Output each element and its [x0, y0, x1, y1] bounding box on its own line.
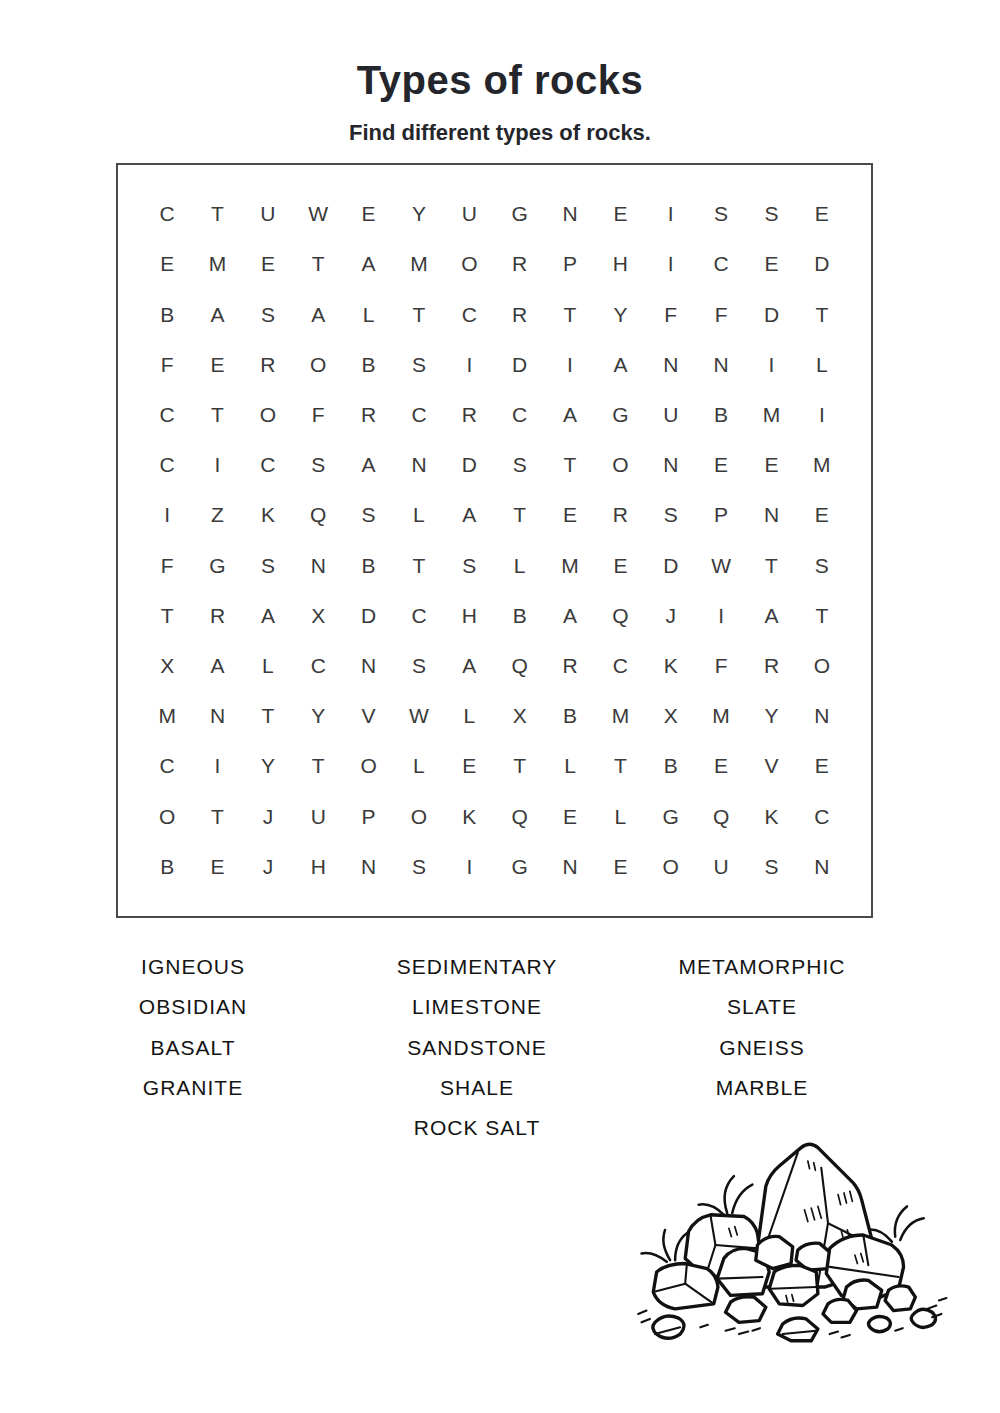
- grid-cell-r11c14[interactable]: N: [797, 691, 847, 741]
- grid-cell-r6c14[interactable]: M: [797, 440, 847, 490]
- grid-cell-r6c13[interactable]: E: [746, 440, 796, 490]
- grid-cell-r9c14[interactable]: T: [797, 591, 847, 641]
- grid-cell-r10c12[interactable]: F: [696, 641, 746, 691]
- word-item-marble: MARBLE: [612, 1068, 912, 1108]
- grid-cell-r4c11[interactable]: N: [646, 340, 696, 390]
- grid-cell-r9c8[interactable]: B: [495, 591, 545, 641]
- grid-cell-r2c10[interactable]: H: [595, 239, 645, 289]
- grid-cell-r1c9[interactable]: N: [545, 189, 595, 239]
- grid-cell-r13c3[interactable]: J: [243, 792, 293, 842]
- grid-cell-r12c3[interactable]: Y: [243, 741, 293, 791]
- grid-cell-r13c10[interactable]: L: [595, 792, 645, 842]
- grid-cell-r11c11[interactable]: X: [646, 691, 696, 741]
- grid-cell-r14c14[interactable]: N: [797, 842, 847, 892]
- grid-cell-r3c8[interactable]: R: [495, 289, 545, 339]
- grid-cell-r1c7[interactable]: U: [444, 189, 494, 239]
- grid-cell-r2c11[interactable]: I: [646, 239, 696, 289]
- grid-cell-r9c5[interactable]: D: [343, 591, 393, 641]
- grid-cell-r8c14[interactable]: S: [797, 541, 847, 591]
- grid-cell-r14c10[interactable]: E: [595, 842, 645, 892]
- word-item-gneiss: GNEISS: [612, 1028, 912, 1068]
- grid-cell-r9c13[interactable]: A: [746, 591, 796, 641]
- grid-cell-r12c8[interactable]: T: [495, 741, 545, 791]
- grid-cell-r2c1[interactable]: E: [142, 239, 192, 289]
- grid-cell-r14c3[interactable]: J: [243, 842, 293, 892]
- grid-cell-r14c9[interactable]: N: [545, 842, 595, 892]
- word-item-sandstone: SANDSTONE: [327, 1028, 627, 1068]
- grid-cell-r14c4[interactable]: H: [293, 842, 343, 892]
- grid-cell-r11c12[interactable]: M: [696, 691, 746, 741]
- grid-cell-r8c5[interactable]: B: [343, 541, 393, 591]
- grid-cell-r5c12[interactable]: B: [696, 390, 746, 440]
- grid-cell-r2c12[interactable]: C: [696, 239, 746, 289]
- grid-cell-r4c3[interactable]: R: [243, 340, 293, 390]
- grid-cell-r13c6[interactable]: O: [394, 792, 444, 842]
- grid-cell-r14c8[interactable]: G: [495, 842, 545, 892]
- grid-cell-r10c1[interactable]: X: [142, 641, 192, 691]
- grid-cell-r1c14[interactable]: E: [797, 189, 847, 239]
- grid-cell-r2c7[interactable]: O: [444, 239, 494, 289]
- grid-cell-r10c7[interactable]: A: [444, 641, 494, 691]
- word-list-column-sedimentary: SEDIMENTARYLIMESTONESANDSTONESHALEROCK S…: [327, 947, 627, 1148]
- grid-cell-r5c9[interactable]: A: [545, 390, 595, 440]
- grid-cell-r7c8[interactable]: T: [495, 490, 545, 540]
- grid-cell-r6c1[interactable]: C: [142, 440, 192, 490]
- grid-cell-r13c9[interactable]: E: [545, 792, 595, 842]
- grid-cell-r4c9[interactable]: I: [545, 340, 595, 390]
- grid-cell-r3c4[interactable]: A: [293, 289, 343, 339]
- grid-cell-r2c3[interactable]: E: [243, 239, 293, 289]
- rock-pile-illustration: [618, 1122, 954, 1358]
- grid-cell-r12c14[interactable]: E: [797, 741, 847, 791]
- grid-cell-r2c9[interactable]: P: [545, 239, 595, 289]
- grid-cell-r8c2[interactable]: G: [192, 541, 242, 591]
- grid-cell-r2c13[interactable]: E: [746, 239, 796, 289]
- grid-cell-r4c8[interactable]: D: [495, 340, 545, 390]
- grid-cell-r13c2[interactable]: T: [192, 792, 242, 842]
- grid-cell-r12c4[interactable]: T: [293, 741, 343, 791]
- grid-cell-r12c7[interactable]: E: [444, 741, 494, 791]
- grid-cell-r13c1[interactable]: O: [142, 792, 192, 842]
- grid-cell-r1c3[interactable]: U: [243, 189, 293, 239]
- grid-cell-r4c1[interactable]: F: [142, 340, 192, 390]
- grid-cell-r8c11[interactable]: D: [646, 541, 696, 591]
- word-item-granite: GRANITE: [43, 1068, 343, 1108]
- word-item-sedimentary: SEDIMENTARY: [327, 947, 627, 987]
- grid-cell-r4c4[interactable]: O: [293, 340, 343, 390]
- grid-cell-r13c7[interactable]: K: [444, 792, 494, 842]
- grid-cell-r5c11[interactable]: U: [646, 390, 696, 440]
- grid-cell-r4c6[interactable]: S: [394, 340, 444, 390]
- grid-cell-r12c11[interactable]: B: [646, 741, 696, 791]
- word-item-igneous: IGNEOUS: [43, 947, 343, 987]
- grid-cell-r13c5[interactable]: P: [343, 792, 393, 842]
- grid-cell-r7c4[interactable]: Q: [293, 490, 343, 540]
- word-item-limestone: LIMESTONE: [327, 987, 627, 1027]
- page-title: Types of rocks: [0, 58, 1000, 103]
- grid-cell-r5c6[interactable]: C: [394, 390, 444, 440]
- grid-cell-r14c6[interactable]: S: [394, 842, 444, 892]
- grid-cell-r13c13[interactable]: K: [746, 792, 796, 842]
- grid-cell-r9c6[interactable]: C: [394, 591, 444, 641]
- word-item-shale: SHALE: [327, 1068, 627, 1108]
- grid-cell-r6c11[interactable]: N: [646, 440, 696, 490]
- grid-cell-r1c10[interactable]: E: [595, 189, 645, 239]
- word-item-basalt: BASALT: [43, 1028, 343, 1068]
- grid-cell-r3c7[interactable]: C: [444, 289, 494, 339]
- grid-cell-r3c6[interactable]: T: [394, 289, 444, 339]
- grid-cell-r10c4[interactable]: C: [293, 641, 343, 691]
- grid-cell-r6c8[interactable]: S: [495, 440, 545, 490]
- grid-cell-r12c5[interactable]: O: [343, 741, 393, 791]
- grid-cell-r10c11[interactable]: K: [646, 641, 696, 691]
- grid-cell-r8c4[interactable]: N: [293, 541, 343, 591]
- grid-cell-r12c1[interactable]: C: [142, 741, 192, 791]
- grid-cell-r12c13[interactable]: V: [746, 741, 796, 791]
- grid-cell-r13c8[interactable]: Q: [495, 792, 545, 842]
- grid-cell-r1c8[interactable]: G: [495, 189, 545, 239]
- grid-cell-r8c12[interactable]: W: [696, 541, 746, 591]
- grid-cell-r7c9[interactable]: E: [545, 490, 595, 540]
- grid-cell-r7c14[interactable]: E: [797, 490, 847, 540]
- grid-cell-r13c11[interactable]: G: [646, 792, 696, 842]
- grid-cell-r11c5[interactable]: V: [343, 691, 393, 741]
- grid-cell-r9c12[interactable]: I: [696, 591, 746, 641]
- grid-cell-r12c10[interactable]: T: [595, 741, 645, 791]
- grid-cell-r1c12[interactable]: S: [696, 189, 746, 239]
- grid-cell-r4c14[interactable]: L: [797, 340, 847, 390]
- grid-cell-r11c9[interactable]: B: [545, 691, 595, 741]
- grid-cell-r2c8[interactable]: R: [495, 239, 545, 289]
- grid-cell-r10c2[interactable]: A: [192, 641, 242, 691]
- grid-cell-r6c7[interactable]: D: [444, 440, 494, 490]
- grid-cell-r10c14[interactable]: O: [797, 641, 847, 691]
- grid-cell-r11c4[interactable]: Y: [293, 691, 343, 741]
- grid-cell-r8c6[interactable]: T: [394, 541, 444, 591]
- grid-cell-r11c1[interactable]: M: [142, 691, 192, 741]
- grid-cell-r10c13[interactable]: R: [746, 641, 796, 691]
- grid-cell-r6c12[interactable]: E: [696, 440, 746, 490]
- word-search-grid[interactable]: CTUWEYUGNEISSEEMETAMORPHICEDBASALTCRTYFF…: [116, 163, 873, 918]
- grid-cell-r3c14[interactable]: T: [797, 289, 847, 339]
- grid-cell-r14c2[interactable]: E: [192, 842, 242, 892]
- grid-cell-r9c11[interactable]: J: [646, 591, 696, 641]
- grid-cell-r3c13[interactable]: D: [746, 289, 796, 339]
- grid-cell-r6c9[interactable]: T: [545, 440, 595, 490]
- grid-cell-r14c11[interactable]: O: [646, 842, 696, 892]
- grid-cell-r4c10[interactable]: A: [595, 340, 645, 390]
- grid-cell-r7c1[interactable]: I: [142, 490, 192, 540]
- grid-cell-r2c14[interactable]: D: [797, 239, 847, 289]
- grid-cell-r7c13[interactable]: N: [746, 490, 796, 540]
- grid-cell-r4c12[interactable]: N: [696, 340, 746, 390]
- grid-cell-r4c7[interactable]: I: [444, 340, 494, 390]
- grid-cell-r5c10[interactable]: G: [595, 390, 645, 440]
- grid-cell-r2c6[interactable]: M: [394, 239, 444, 289]
- grid-cell-r3c9[interactable]: T: [545, 289, 595, 339]
- grid-cell-r14c13[interactable]: S: [746, 842, 796, 892]
- grid-cell-r14c7[interactable]: I: [444, 842, 494, 892]
- grid-cell-r11c10[interactable]: M: [595, 691, 645, 741]
- grid-cell-r6c6[interactable]: N: [394, 440, 444, 490]
- grid-cell-r9c10[interactable]: Q: [595, 591, 645, 641]
- grid-cell-r3c2[interactable]: A: [192, 289, 242, 339]
- word-item-rock-salt: ROCK SALT: [327, 1108, 627, 1148]
- grid-cell-r11c6[interactable]: W: [394, 691, 444, 741]
- grid-cell-r1c11[interactable]: I: [646, 189, 696, 239]
- grid-cell-r3c10[interactable]: Y: [595, 289, 645, 339]
- grid-cell-r5c8[interactable]: C: [495, 390, 545, 440]
- grid-cell-r12c9[interactable]: L: [545, 741, 595, 791]
- grid-cell-r3c3[interactable]: S: [243, 289, 293, 339]
- grid-cell-r5c3[interactable]: O: [243, 390, 293, 440]
- grid-cell-r9c1[interactable]: T: [142, 591, 192, 641]
- grid-cell-r5c2[interactable]: T: [192, 390, 242, 440]
- grid-cell-r10c3[interactable]: L: [243, 641, 293, 691]
- grid-cell-r4c5[interactable]: B: [343, 340, 393, 390]
- grid-cell-r10c8[interactable]: Q: [495, 641, 545, 691]
- grid-cell-r12c6[interactable]: L: [394, 741, 444, 791]
- grid-cell-r6c2[interactable]: I: [192, 440, 242, 490]
- grid-cell-r8c13[interactable]: T: [746, 541, 796, 591]
- word-list-column-metamorphic: METAMORPHICSLATEGNEISSMARBLE: [612, 947, 912, 1108]
- grid-cell-r10c9[interactable]: R: [545, 641, 595, 691]
- grid-cell-r5c13[interactable]: M: [746, 390, 796, 440]
- grid-cell-r8c9[interactable]: M: [545, 541, 595, 591]
- word-item-metamorphic: METAMORPHIC: [612, 947, 912, 987]
- grid-cell-r3c12[interactable]: F: [696, 289, 746, 339]
- grid-cell-r1c6[interactable]: Y: [394, 189, 444, 239]
- grid-cell-r5c7[interactable]: R: [444, 390, 494, 440]
- grid-cell-r6c4[interactable]: S: [293, 440, 343, 490]
- word-list-column-igneous: IGNEOUSOBSIDIANBASALTGRANITE: [43, 947, 343, 1108]
- grid-cell-r11c8[interactable]: X: [495, 691, 545, 741]
- grid-cell-r1c4[interactable]: W: [293, 189, 343, 239]
- grid-cell-r9c7[interactable]: H: [444, 591, 494, 641]
- grid-cell-r6c10[interactable]: O: [595, 440, 645, 490]
- grid-cell-r1c5[interactable]: E: [343, 189, 393, 239]
- grid-cell-r10c5[interactable]: N: [343, 641, 393, 691]
- grid-cell-r11c13[interactable]: Y: [746, 691, 796, 741]
- grid-cell-r9c2[interactable]: R: [192, 591, 242, 641]
- grid-cell-r8c1[interactable]: F: [142, 541, 192, 591]
- grid-cell-r5c5[interactable]: R: [343, 390, 393, 440]
- grid-cell-r7c3[interactable]: K: [243, 490, 293, 540]
- grid-cell-r8c3[interactable]: S: [243, 541, 293, 591]
- grid-cell-r12c2[interactable]: I: [192, 741, 242, 791]
- grid-cell-r12c12[interactable]: E: [696, 741, 746, 791]
- grid-cell-r9c9[interactable]: A: [545, 591, 595, 641]
- grid-cell-r1c1[interactable]: C: [142, 189, 192, 239]
- grid-cell-r4c2[interactable]: E: [192, 340, 242, 390]
- grid-cell-r8c8[interactable]: L: [495, 541, 545, 591]
- grid-cell-r7c12[interactable]: P: [696, 490, 746, 540]
- grid-cell-r7c11[interactable]: S: [646, 490, 696, 540]
- grid-cell-r11c7[interactable]: L: [444, 691, 494, 741]
- grid-cell-r13c4[interactable]: U: [293, 792, 343, 842]
- grid-cell-r8c10[interactable]: E: [595, 541, 645, 591]
- grid-cell-r9c3[interactable]: A: [243, 591, 293, 641]
- page-subtitle: Find different types of rocks.: [0, 120, 1000, 146]
- word-item-obsidian: OBSIDIAN: [43, 987, 343, 1027]
- grid-cell-r5c4[interactable]: F: [293, 390, 343, 440]
- grid-cell-r7c10[interactable]: R: [595, 490, 645, 540]
- grid-cell-r7c5[interactable]: S: [343, 490, 393, 540]
- grid-cell-r9c4[interactable]: X: [293, 591, 343, 641]
- grid-cell-r2c4[interactable]: T: [293, 239, 343, 289]
- grid-cell-r6c5[interactable]: A: [343, 440, 393, 490]
- grid-cell-r7c7[interactable]: A: [444, 490, 494, 540]
- grid-cell-r10c6[interactable]: S: [394, 641, 444, 691]
- word-item-slate: SLATE: [612, 987, 912, 1027]
- grid-cell-r14c12[interactable]: U: [696, 842, 746, 892]
- grid-cell-r2c2[interactable]: M: [192, 239, 242, 289]
- grid-cell-r4c13[interactable]: I: [746, 340, 796, 390]
- grid-cell-r2c5[interactable]: A: [343, 239, 393, 289]
- grid-cell-r14c1[interactable]: B: [142, 842, 192, 892]
- grid-cell-r13c14[interactable]: C: [797, 792, 847, 842]
- grid-cell-r1c13[interactable]: S: [746, 189, 796, 239]
- grid-cell-r5c14[interactable]: I: [797, 390, 847, 440]
- grid-cell-r6c3[interactable]: C: [243, 440, 293, 490]
- grid-cell-r7c2[interactable]: Z: [192, 490, 242, 540]
- grid-cell-r3c1[interactable]: B: [142, 289, 192, 339]
- grid-cell-r11c2[interactable]: N: [192, 691, 242, 741]
- grid-cell-r3c5[interactable]: L: [343, 289, 393, 339]
- grid-cell-r5c1[interactable]: C: [142, 390, 192, 440]
- grid-cell-r11c3[interactable]: T: [243, 691, 293, 741]
- grid-cell-r8c7[interactable]: S: [444, 541, 494, 591]
- grid-cell-r1c2[interactable]: T: [192, 189, 242, 239]
- grid-cell-r3c11[interactable]: F: [646, 289, 696, 339]
- grid-cell-r10c10[interactable]: C: [595, 641, 645, 691]
- grid-cell-r7c6[interactable]: L: [394, 490, 444, 540]
- grid-cell-r13c12[interactable]: Q: [696, 792, 746, 842]
- grid-cell-r14c5[interactable]: N: [343, 842, 393, 892]
